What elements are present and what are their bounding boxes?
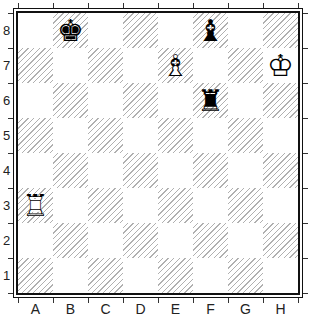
tick-mark — [88, 298, 89, 303]
tick-mark — [158, 298, 159, 303]
square-c5[interactable] — [88, 118, 123, 153]
tick-mark — [53, 3, 54, 8]
square-h8[interactable] — [263, 13, 298, 48]
black-king-piece: ♚ — [53, 13, 88, 48]
file-label-e: E — [158, 300, 193, 318]
square-d3[interactable] — [123, 188, 158, 223]
square-d8[interactable] — [123, 13, 158, 48]
rank-label-1: 1 — [0, 258, 13, 293]
tick-mark — [263, 3, 264, 8]
square-e8[interactable] — [158, 13, 193, 48]
rank-label-7: 7 — [0, 48, 13, 83]
tick-mark — [8, 153, 13, 154]
chess-board-diagram: 87654321 ♚♝♝♗♚♔♜♜♖ ABCDEFGH — [0, 0, 314, 320]
file-label-f: F — [193, 300, 228, 318]
square-g6[interactable] — [228, 83, 263, 118]
square-f5[interactable] — [193, 118, 228, 153]
rank-label-4: 4 — [0, 153, 13, 188]
tick-mark — [88, 3, 89, 8]
tick-mark — [158, 3, 159, 8]
square-f7[interactable] — [193, 48, 228, 83]
file-label-c: C — [88, 300, 123, 318]
tick-mark — [303, 153, 308, 154]
square-c8[interactable] — [88, 13, 123, 48]
board: ♚♝♝♗♚♔♜♜♖ — [16, 11, 300, 295]
file-label-a: A — [18, 300, 53, 318]
black-bishop-piece: ♝ — [193, 13, 228, 48]
white-rook-piece: ♜♖ — [18, 188, 53, 223]
tick-mark — [228, 298, 229, 303]
square-g2[interactable] — [228, 223, 263, 258]
tick-mark — [303, 83, 308, 84]
square-g1[interactable] — [228, 258, 263, 293]
square-e6[interactable] — [158, 83, 193, 118]
tick-mark — [53, 298, 54, 303]
square-a3[interactable]: ♜♖ — [18, 188, 53, 223]
square-d4[interactable] — [123, 153, 158, 188]
square-c4[interactable] — [88, 153, 123, 188]
tick-mark — [8, 13, 13, 14]
square-b6[interactable] — [53, 83, 88, 118]
tick-mark — [18, 3, 19, 8]
tick-mark — [8, 223, 13, 224]
square-c2[interactable] — [88, 223, 123, 258]
rank-label-5: 5 — [0, 118, 13, 153]
square-b7[interactable] — [53, 48, 88, 83]
tick-mark — [303, 48, 308, 49]
white-bishop-piece: ♝♗ — [158, 48, 193, 83]
square-a1[interactable] — [18, 258, 53, 293]
tick-mark — [123, 298, 124, 303]
black-rook-piece: ♜ — [193, 83, 228, 118]
square-g5[interactable] — [228, 118, 263, 153]
square-b8[interactable]: ♚ — [53, 13, 88, 48]
square-a6[interactable] — [18, 83, 53, 118]
tick-mark — [193, 3, 194, 8]
square-f4[interactable] — [193, 153, 228, 188]
square-e2[interactable] — [158, 223, 193, 258]
square-c1[interactable] — [88, 258, 123, 293]
tick-mark — [193, 298, 194, 303]
tick-mark — [303, 118, 308, 119]
file-label-d: D — [123, 300, 158, 318]
square-a8[interactable] — [18, 13, 53, 48]
tick-mark — [18, 298, 19, 303]
piece-glyph: ♜ — [193, 83, 228, 118]
square-d6[interactable] — [123, 83, 158, 118]
square-d1[interactable] — [123, 258, 158, 293]
square-g7[interactable] — [228, 48, 263, 83]
square-b1[interactable] — [53, 258, 88, 293]
tick-mark — [303, 13, 308, 14]
square-f2[interactable] — [193, 223, 228, 258]
square-h5[interactable] — [263, 118, 298, 153]
tick-mark — [303, 188, 308, 189]
square-d5[interactable] — [123, 118, 158, 153]
square-e5[interactable] — [158, 118, 193, 153]
square-d2[interactable] — [123, 223, 158, 258]
square-c3[interactable] — [88, 188, 123, 223]
tick-mark — [8, 118, 13, 119]
square-h2[interactable] — [263, 223, 298, 258]
tick-mark — [303, 293, 308, 294]
tick-mark — [303, 223, 308, 224]
tick-mark — [8, 83, 13, 84]
square-g4[interactable] — [228, 153, 263, 188]
tick-mark — [8, 188, 13, 189]
square-f6[interactable]: ♜ — [193, 83, 228, 118]
square-e3[interactable] — [158, 188, 193, 223]
tick-mark — [8, 48, 13, 49]
square-a4[interactable] — [18, 153, 53, 188]
square-b4[interactable] — [53, 153, 88, 188]
file-label-g: G — [228, 300, 263, 318]
square-b2[interactable] — [53, 223, 88, 258]
square-e4[interactable] — [158, 153, 193, 188]
square-g3[interactable] — [228, 188, 263, 223]
tick-mark — [298, 3, 299, 8]
tick-mark — [303, 258, 308, 259]
square-h3[interactable] — [263, 188, 298, 223]
square-d7[interactable] — [123, 48, 158, 83]
square-a7[interactable] — [18, 48, 53, 83]
square-b3[interactable] — [53, 188, 88, 223]
piece-glyph: ♔ — [263, 48, 298, 83]
tick-mark — [8, 258, 13, 259]
square-f3[interactable] — [193, 188, 228, 223]
rank-label-6: 6 — [0, 83, 13, 118]
piece-glyph: ♚ — [53, 13, 88, 48]
piece-glyph: ♝ — [193, 13, 228, 48]
square-b5[interactable] — [53, 118, 88, 153]
tick-mark — [298, 298, 299, 303]
square-h7[interactable]: ♚♔ — [263, 48, 298, 83]
square-e7[interactable]: ♝♗ — [158, 48, 193, 83]
square-f1[interactable] — [193, 258, 228, 293]
square-h4[interactable] — [263, 153, 298, 188]
square-h6[interactable] — [263, 83, 298, 118]
rank-label-8: 8 — [0, 13, 13, 48]
square-c7[interactable] — [88, 48, 123, 83]
tick-mark — [263, 298, 264, 303]
square-c6[interactable] — [88, 83, 123, 118]
square-f8[interactable]: ♝ — [193, 13, 228, 48]
square-g8[interactable] — [228, 13, 263, 48]
square-a5[interactable] — [18, 118, 53, 153]
file-label-h: H — [263, 300, 298, 318]
file-label-b: B — [53, 300, 88, 318]
square-a2[interactable] — [18, 223, 53, 258]
rank-label-2: 2 — [0, 223, 13, 258]
piece-glyph: ♗ — [158, 48, 193, 83]
piece-glyph: ♖ — [18, 188, 53, 223]
rank-label-3: 3 — [0, 188, 13, 223]
tick-mark — [228, 3, 229, 8]
tick-mark — [123, 3, 124, 8]
square-e1[interactable] — [158, 258, 193, 293]
white-king-piece: ♚♔ — [263, 48, 298, 83]
square-h1[interactable] — [263, 258, 298, 293]
tick-mark — [8, 293, 13, 294]
